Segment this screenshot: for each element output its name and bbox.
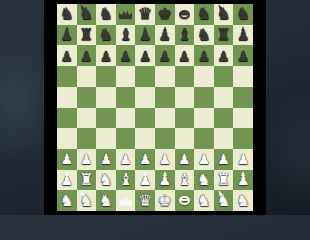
square-h9[interactable]: ♞ xyxy=(194,25,214,46)
square-c6[interactable] xyxy=(96,87,116,108)
square-g3[interactable]: ♟ xyxy=(175,149,195,170)
white-spike-pawn[interactable]: ♟ xyxy=(155,170,175,191)
white-crown[interactable] xyxy=(116,190,136,211)
square-a10[interactable]: ♞ xyxy=(57,4,77,25)
square-e7[interactable] xyxy=(135,66,155,87)
square-h6[interactable] xyxy=(194,87,214,108)
black-pawn[interactable]: ♟ xyxy=(116,45,136,66)
square-d7[interactable] xyxy=(116,66,136,87)
white-queen[interactable]: ♛ xyxy=(135,190,155,211)
square-i5[interactable] xyxy=(214,108,234,129)
square-e10[interactable]: ♛ xyxy=(135,4,155,25)
square-j6[interactable] xyxy=(233,87,253,108)
square-i3[interactable]: ♟ xyxy=(214,149,234,170)
white-knight[interactable]: ♞ xyxy=(57,190,77,211)
white-pawn[interactable]: ♟ xyxy=(155,149,175,170)
white-ring[interactable] xyxy=(175,190,195,211)
square-a2[interactable]: ♟ xyxy=(57,170,77,191)
black-knight[interactable]: ♞ xyxy=(96,4,116,25)
square-i6[interactable] xyxy=(214,87,234,108)
square-b5[interactable] xyxy=(77,108,97,129)
square-d5[interactable] xyxy=(116,108,136,129)
black-bishop[interactable]: ♝ xyxy=(116,25,136,46)
white-knight[interactable]: ♞ xyxy=(96,170,116,191)
square-a5[interactable] xyxy=(57,108,77,129)
black-pawn[interactable]: ♟ xyxy=(233,45,253,66)
square-f2[interactable]: ♟ xyxy=(155,170,175,191)
square-c7[interactable] xyxy=(96,66,116,87)
square-j10[interactable]: ♞ xyxy=(233,4,253,25)
black-pawn[interactable]: ♟ xyxy=(96,45,116,66)
square-c5[interactable] xyxy=(96,108,116,129)
black-rook[interactable]: ♜ xyxy=(214,25,234,46)
black-pawn[interactable]: ♟ xyxy=(77,45,97,66)
square-i9[interactable]: ♜ xyxy=(214,25,234,46)
black-knight[interactable]: ♞ xyxy=(194,4,214,25)
square-a7[interactable] xyxy=(57,66,77,87)
square-f7[interactable] xyxy=(155,66,175,87)
square-c9[interactable]: ♞ xyxy=(96,25,116,46)
square-j5[interactable] xyxy=(233,108,253,129)
square-c10[interactable]: ♞ xyxy=(96,4,116,25)
square-h3[interactable]: ♟ xyxy=(194,149,214,170)
black-spike-pawn[interactable]: ♟ xyxy=(135,25,155,46)
square-g9[interactable]: ♝ xyxy=(175,25,195,46)
white-king[interactable]: ♚ xyxy=(155,190,175,211)
square-h7[interactable] xyxy=(194,66,214,87)
square-g1[interactable] xyxy=(175,190,195,211)
square-d3[interactable]: ♟ xyxy=(116,149,136,170)
chess-board: ♞♞♞♛♚♞♞♞♟♜♞♝♟♟♝♞♜♟♟♟♟♟♟♟♟♟♟♟♟♟♟♟♟♟♟♟♟♟♟♜… xyxy=(57,4,253,211)
square-c3[interactable]: ♟ xyxy=(96,149,116,170)
white-pawn[interactable]: ♟ xyxy=(233,149,253,170)
square-b10[interactable]: ♞ xyxy=(77,4,97,25)
black-spike-pawn[interactable]: ♟ xyxy=(155,25,175,46)
square-i10[interactable]: ♞ xyxy=(214,4,234,25)
square-c8[interactable]: ♟ xyxy=(96,45,116,66)
square-d2[interactable]: ♝ xyxy=(116,170,136,191)
square-f10[interactable]: ♚ xyxy=(155,4,175,25)
square-d8[interactable]: ♟ xyxy=(116,45,136,66)
square-d9[interactable]: ♝ xyxy=(116,25,136,46)
white-knight[interactable]: ♞ xyxy=(233,190,253,211)
square-i4[interactable] xyxy=(214,128,234,149)
white-pawn[interactable]: ♟ xyxy=(175,149,195,170)
square-i7[interactable] xyxy=(214,66,234,87)
square-c1[interactable]: ♞ xyxy=(96,190,116,211)
white-bishop[interactable]: ♝ xyxy=(116,170,136,191)
background-blur-right xyxy=(260,90,310,210)
square-c4[interactable] xyxy=(96,128,116,149)
square-f1[interactable]: ♚ xyxy=(155,190,175,211)
square-h8[interactable]: ♟ xyxy=(194,45,214,66)
black-knight[interactable]: ♞ xyxy=(96,25,116,46)
square-g2[interactable]: ♝ xyxy=(175,170,195,191)
square-f8[interactable]: ♟ xyxy=(155,45,175,66)
square-e3[interactable]: ♟ xyxy=(135,149,155,170)
black-pawn[interactable]: ♟ xyxy=(214,45,234,66)
square-e1[interactable]: ♛ xyxy=(135,190,155,211)
square-e5[interactable] xyxy=(135,108,155,129)
white-spike-pawn[interactable]: ♟ xyxy=(57,170,77,191)
square-e4[interactable] xyxy=(135,128,155,149)
square-f3[interactable]: ♟ xyxy=(155,149,175,170)
square-d6[interactable] xyxy=(116,87,136,108)
white-pawn[interactable]: ♟ xyxy=(96,149,116,170)
square-j8[interactable]: ♟ xyxy=(233,45,253,66)
black-spike-pawn[interactable]: ♟ xyxy=(233,25,253,46)
square-b3[interactable]: ♟ xyxy=(77,149,97,170)
square-a8[interactable]: ♟ xyxy=(57,45,77,66)
black-ring[interactable] xyxy=(175,4,195,25)
white-spike-pawn[interactable]: ♟ xyxy=(233,170,253,191)
square-f5[interactable] xyxy=(155,108,175,129)
crown-shape xyxy=(119,196,132,206)
square-e9[interactable]: ♟ xyxy=(135,25,155,46)
square-d4[interactable] xyxy=(116,128,136,149)
square-j2[interactable]: ♟ xyxy=(233,170,253,191)
ring-shape xyxy=(179,196,190,205)
square-f4[interactable] xyxy=(155,128,175,149)
black-knight[interactable]: ♞ xyxy=(233,4,253,25)
square-a9[interactable]: ♟ xyxy=(57,25,77,46)
square-a6[interactable] xyxy=(57,87,77,108)
square-b1[interactable]: ♞ xyxy=(77,190,97,211)
square-j4[interactable] xyxy=(233,128,253,149)
white-spike-pawn[interactable]: ♟ xyxy=(135,170,155,191)
white-knight[interactable]: ♞ xyxy=(194,190,214,211)
square-d10[interactable] xyxy=(116,4,136,25)
square-b6[interactable] xyxy=(77,87,97,108)
white-pawn[interactable]: ♟ xyxy=(214,149,234,170)
white-knight[interactable]: ♞ xyxy=(96,190,116,211)
square-b7[interactable] xyxy=(77,66,97,87)
square-h1[interactable]: ♞ xyxy=(194,190,214,211)
square-b8[interactable]: ♟ xyxy=(77,45,97,66)
square-h4[interactable] xyxy=(194,128,214,149)
white-bishop[interactable]: ♝ xyxy=(175,170,195,191)
white-pawn[interactable]: ♟ xyxy=(194,149,214,170)
screenshot-root: { "game": "10x10 fairy chess variant (ch… xyxy=(0,0,310,215)
square-h5[interactable] xyxy=(194,108,214,129)
black-knight[interactable]: ♞ xyxy=(57,4,77,25)
black-knight[interactable]: ♞ xyxy=(194,25,214,46)
white-pawn[interactable]: ♟ xyxy=(57,149,77,170)
square-f6[interactable] xyxy=(155,87,175,108)
square-f9[interactable]: ♟ xyxy=(155,25,175,46)
square-j9[interactable]: ♟ xyxy=(233,25,253,46)
ring-shape xyxy=(179,10,190,19)
black-pawn[interactable]: ♟ xyxy=(194,45,214,66)
square-b2[interactable]: ♜ xyxy=(77,170,97,191)
square-i2[interactable]: ♜ xyxy=(214,170,234,191)
square-j1[interactable]: ♞ xyxy=(233,190,253,211)
square-g5[interactable] xyxy=(175,108,195,129)
square-i1[interactable]: ♞ xyxy=(214,190,234,211)
white-rook[interactable]: ♜ xyxy=(77,170,97,191)
square-i8[interactable]: ♟ xyxy=(214,45,234,66)
black-pawn[interactable]: ♟ xyxy=(175,45,195,66)
square-g6[interactable] xyxy=(175,87,195,108)
white-unicorn[interactable]: ♞ xyxy=(77,190,97,211)
square-g7[interactable] xyxy=(175,66,195,87)
black-queen[interactable]: ♛ xyxy=(135,4,155,25)
square-a1[interactable]: ♞ xyxy=(57,190,77,211)
square-a4[interactable] xyxy=(57,128,77,149)
square-g4[interactable] xyxy=(175,128,195,149)
black-unicorn[interactable]: ♞ xyxy=(214,4,234,25)
black-pawn[interactable]: ♟ xyxy=(135,45,155,66)
square-h2[interactable]: ♞ xyxy=(194,170,214,191)
square-g10[interactable] xyxy=(175,4,195,25)
crown-shape xyxy=(119,9,132,19)
square-b9[interactable]: ♜ xyxy=(77,25,97,46)
square-e6[interactable] xyxy=(135,87,155,108)
white-pawn[interactable]: ♟ xyxy=(135,149,155,170)
square-d1[interactable] xyxy=(116,190,136,211)
black-bishop[interactable]: ♝ xyxy=(175,25,195,46)
square-e2[interactable]: ♟ xyxy=(135,170,155,191)
black-spike-pawn[interactable]: ♟ xyxy=(57,25,77,46)
square-j3[interactable]: ♟ xyxy=(233,149,253,170)
black-rook[interactable]: ♜ xyxy=(77,25,97,46)
black-unicorn[interactable]: ♞ xyxy=(77,4,97,25)
square-h10[interactable]: ♞ xyxy=(194,4,214,25)
square-a3[interactable]: ♟ xyxy=(57,149,77,170)
white-pawn[interactable]: ♟ xyxy=(77,149,97,170)
square-g8[interactable]: ♟ xyxy=(175,45,195,66)
white-rook[interactable]: ♜ xyxy=(214,170,234,191)
white-unicorn[interactable]: ♞ xyxy=(214,190,234,211)
black-pawn[interactable]: ♟ xyxy=(57,45,77,66)
black-crown[interactable] xyxy=(116,4,136,25)
black-pawn[interactable]: ♟ xyxy=(155,45,175,66)
square-j7[interactable] xyxy=(233,66,253,87)
square-e8[interactable]: ♟ xyxy=(135,45,155,66)
square-b4[interactable] xyxy=(77,128,97,149)
square-c2[interactable]: ♞ xyxy=(96,170,116,191)
white-pawn[interactable]: ♟ xyxy=(116,149,136,170)
black-king[interactable]: ♚ xyxy=(155,4,175,25)
white-knight[interactable]: ♞ xyxy=(194,170,214,191)
